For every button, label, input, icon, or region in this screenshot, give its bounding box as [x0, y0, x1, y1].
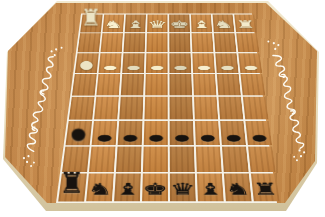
white-bia-pawn[interactable]: ● — [243, 65, 258, 71]
square-h6[interactable]: ● — [66, 121, 93, 145]
square-e7[interactable] — [143, 146, 168, 172]
square-f1[interactable]: ♝ — [125, 14, 146, 32]
square-f5[interactable] — [119, 97, 143, 120]
square-a2[interactable] — [236, 33, 259, 52]
white-bia-pawn[interactable]: ● — [150, 65, 164, 71]
white-bia-pawn[interactable]: ● — [220, 65, 234, 71]
square-d3[interactable]: ● — [169, 53, 191, 73]
square-e5[interactable] — [144, 97, 167, 120]
black-ma-knight[interactable]: ♞ — [224, 181, 251, 197]
white-khon-bishop[interactable]: ♝ — [191, 19, 212, 30]
square-d4[interactable] — [169, 74, 192, 95]
square-e6[interactable]: ● — [144, 121, 168, 145]
white-met-queen[interactable]: ♛ — [147, 19, 168, 30]
white-khon-bishop[interactable]: ♝ — [125, 19, 146, 30]
square-f8[interactable]: ♝ — [114, 174, 141, 202]
black-khon-bishop[interactable]: ♝ — [197, 181, 223, 197]
square-g7[interactable] — [89, 146, 116, 172]
square-d5[interactable] — [170, 97, 193, 120]
black-bia-pawn[interactable]: ● — [70, 125, 85, 141]
square-h3[interactable]: ● — [75, 53, 99, 73]
square-b8[interactable]: ♞ — [224, 174, 252, 202]
square-h4[interactable] — [72, 74, 97, 95]
square-b5[interactable] — [218, 97, 243, 120]
square-g5[interactable] — [94, 97, 119, 120]
black-rua-rook[interactable]: ♜ — [252, 181, 280, 197]
black-met-queen[interactable]: ♛ — [170, 181, 196, 197]
square-c7[interactable] — [196, 146, 222, 172]
square-e1[interactable]: ♛ — [147, 14, 168, 32]
square-c5[interactable] — [194, 97, 218, 120]
square-f3[interactable]: ● — [122, 53, 145, 73]
square-f6[interactable]: ● — [118, 121, 143, 145]
white-khun-king[interactable]: ♚ — [169, 19, 190, 30]
black-rua-rook[interactable]: ♜ — [59, 169, 85, 198]
square-a3[interactable]: ● — [238, 53, 262, 73]
square-e3[interactable]: ● — [146, 53, 168, 73]
square-g6[interactable]: ● — [92, 121, 118, 145]
black-khun-king[interactable]: ♚ — [142, 181, 168, 197]
square-f2[interactable] — [123, 33, 145, 52]
white-bia-pawn[interactable]: ● — [79, 59, 93, 71]
square-d6[interactable]: ● — [170, 121, 194, 145]
square-a7[interactable] — [248, 146, 276, 172]
square-d1[interactable]: ♚ — [169, 14, 190, 32]
square-b1[interactable]: ♞ — [213, 14, 235, 32]
square-f4[interactable] — [121, 74, 144, 95]
black-bia-pawn[interactable]: ● — [225, 133, 241, 142]
square-c6[interactable]: ● — [195, 121, 220, 145]
playing-field: ♜♞♝♛♚♝♞♜●●●●●●●●●●●●●●●●♜♞♝♚♛♝♞♜ — [56, 12, 277, 203]
square-a8[interactable]: ♜ — [251, 174, 280, 202]
square-g8[interactable]: ♞ — [86, 174, 114, 202]
square-h5[interactable] — [69, 97, 95, 120]
white-ma-knight[interactable]: ♞ — [213, 19, 234, 30]
square-g3[interactable]: ● — [99, 53, 122, 73]
makruk-board: ♜♞♝♛♚♝♞♜●●●●●●●●●●●●●●●●♜♞♝♚♛♝♞♜ — [4, 3, 321, 206]
black-bia-pawn[interactable]: ● — [251, 133, 267, 142]
white-bia-pawn[interactable]: ● — [126, 65, 140, 71]
black-bia-pawn[interactable]: ● — [96, 133, 112, 142]
square-a5[interactable] — [243, 97, 269, 120]
square-c3[interactable]: ● — [192, 53, 215, 73]
white-rua-rook[interactable]: ♜ — [235, 19, 257, 30]
square-b4[interactable] — [217, 74, 241, 95]
square-c4[interactable] — [193, 74, 216, 95]
square-e4[interactable] — [145, 74, 168, 95]
black-bia-pawn[interactable]: ● — [174, 133, 189, 142]
square-g2[interactable] — [101, 33, 124, 52]
square-c8[interactable]: ♝ — [197, 174, 224, 202]
square-a4[interactable] — [240, 74, 265, 95]
white-rua-rook[interactable]: ♜ — [81, 7, 102, 30]
square-b6[interactable]: ● — [220, 121, 246, 145]
square-c2[interactable] — [192, 33, 214, 52]
square-h1[interactable]: ♜ — [80, 14, 102, 32]
square-g1[interactable]: ♞ — [102, 14, 124, 32]
black-khon-bishop[interactable]: ♝ — [114, 181, 140, 197]
black-bia-pawn[interactable]: ● — [148, 133, 163, 142]
square-e8[interactable]: ♚ — [142, 174, 168, 202]
square-h2[interactable] — [78, 33, 101, 52]
square-g4[interactable] — [96, 74, 120, 95]
square-h8[interactable]: ♜ — [58, 174, 87, 202]
square-d8[interactable]: ♛ — [170, 174, 196, 202]
square-d2[interactable] — [169, 33, 190, 52]
black-bia-pawn[interactable]: ● — [200, 133, 216, 142]
square-f7[interactable] — [116, 146, 142, 172]
square-a1[interactable]: ♜ — [234, 14, 257, 32]
black-ma-knight[interactable]: ♞ — [87, 181, 114, 197]
white-bia-pawn[interactable]: ● — [103, 65, 117, 71]
black-bia-pawn[interactable]: ● — [122, 133, 138, 142]
square-e2[interactable] — [146, 33, 167, 52]
board-grid: ♜♞♝♛♚♝♞♜●●●●●●●●●●●●●●●●♜♞♝♚♛♝♞♜ — [56, 14, 277, 203]
square-a6[interactable]: ● — [245, 121, 272, 145]
square-d7[interactable] — [170, 146, 195, 172]
white-bia-pawn[interactable]: ● — [173, 65, 187, 71]
square-c1[interactable]: ♝ — [191, 14, 212, 32]
square-b7[interactable] — [222, 146, 249, 172]
photo-stage: ♜♞♝♛♚♝♞♜●●●●●●●●●●●●●●●●♜♞♝♚♛♝♞♜ — [0, 0, 325, 217]
white-bia-pawn[interactable]: ● — [197, 65, 211, 71]
square-b3[interactable]: ● — [215, 53, 238, 73]
square-b2[interactable] — [214, 33, 237, 52]
white-ma-knight[interactable]: ♞ — [103, 19, 124, 30]
